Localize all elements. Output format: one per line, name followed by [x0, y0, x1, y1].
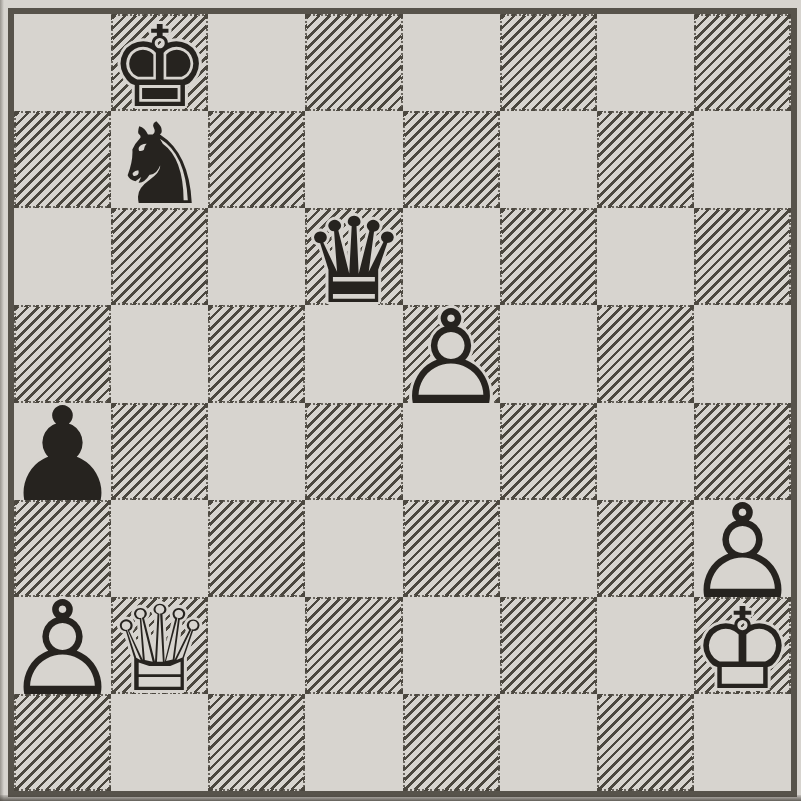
- piece-black-queen[interactable]: ♛♛: [307, 210, 400, 303]
- square-g6[interactable]: [597, 208, 694, 305]
- square-f6[interactable]: [500, 208, 597, 305]
- square-h2[interactable]: ♚♔: [694, 597, 791, 694]
- square-c2[interactable]: [208, 597, 305, 694]
- square-a2[interactable]: ♟♙: [14, 597, 111, 694]
- square-e5[interactable]: ♟♙: [403, 305, 500, 402]
- square-a8[interactable]: [14, 14, 111, 111]
- square-h8[interactable]: [694, 14, 791, 111]
- square-c5[interactable]: [208, 305, 305, 402]
- square-f8[interactable]: [500, 14, 597, 111]
- square-f5[interactable]: [500, 305, 597, 402]
- square-d3[interactable]: [305, 500, 402, 597]
- square-g3[interactable]: [597, 500, 694, 597]
- square-b5[interactable]: [111, 305, 208, 402]
- piece-white-pawn[interactable]: ♟♙: [405, 307, 498, 400]
- square-d8[interactable]: [305, 14, 402, 111]
- square-h3[interactable]: ♟♙: [694, 500, 791, 597]
- square-e4[interactable]: [403, 403, 500, 500]
- piece-black-king[interactable]: ♚♚: [113, 16, 206, 109]
- square-g2[interactable]: [597, 597, 694, 694]
- square-h1[interactable]: [694, 694, 791, 791]
- square-f4[interactable]: [500, 403, 597, 500]
- square-c8[interactable]: [208, 14, 305, 111]
- square-g5[interactable]: [597, 305, 694, 402]
- piece-black-pawn[interactable]: ♟♟: [14, 403, 111, 500]
- square-d4[interactable]: [305, 403, 402, 500]
- square-c7[interactable]: [208, 111, 305, 208]
- square-a6[interactable]: [14, 208, 111, 305]
- square-e8[interactable]: [403, 14, 500, 111]
- square-b2[interactable]: ♛♕: [111, 597, 208, 694]
- square-f2[interactable]: [500, 597, 597, 694]
- square-d5[interactable]: [305, 305, 402, 402]
- square-h6[interactable]: [694, 208, 791, 305]
- square-e7[interactable]: [403, 111, 500, 208]
- square-b7[interactable]: ♞♞: [111, 111, 208, 208]
- square-b6[interactable]: [111, 208, 208, 305]
- square-d6[interactable]: ♛♛: [305, 208, 402, 305]
- square-a4[interactable]: ♟♟: [14, 403, 111, 500]
- white-pawn-icon: ♙: [405, 311, 498, 404]
- square-f3[interactable]: [500, 500, 597, 597]
- square-b8[interactable]: ♚♚: [111, 14, 208, 111]
- square-f7[interactable]: [500, 111, 597, 208]
- square-b4[interactable]: [111, 403, 208, 500]
- square-e2[interactable]: [403, 597, 500, 694]
- square-g7[interactable]: [597, 111, 694, 208]
- square-c4[interactable]: [208, 403, 305, 500]
- square-d1[interactable]: [305, 694, 402, 791]
- square-c3[interactable]: [208, 500, 305, 597]
- piece-black-knight[interactable]: ♞♞: [111, 111, 208, 208]
- square-c1[interactable]: [208, 694, 305, 791]
- square-g4[interactable]: [597, 403, 694, 500]
- square-g1[interactable]: [597, 694, 694, 791]
- white-king-icon: ♔: [696, 603, 789, 696]
- piece-white-king[interactable]: ♚♔: [696, 599, 789, 692]
- black-pawn-icon: ♟: [14, 407, 111, 504]
- square-c6[interactable]: [208, 208, 305, 305]
- square-h5[interactable]: [694, 305, 791, 402]
- square-a7[interactable]: [14, 111, 111, 208]
- piece-white-pawn[interactable]: ♟♙: [14, 597, 111, 694]
- square-h7[interactable]: [694, 111, 791, 208]
- white-pawn-icon: ♙: [14, 601, 111, 698]
- square-d2[interactable]: [305, 597, 402, 694]
- white-queen-icon: ♕: [113, 603, 206, 696]
- square-a1[interactable]: [14, 694, 111, 791]
- square-b1[interactable]: [111, 694, 208, 791]
- square-e1[interactable]: [403, 694, 500, 791]
- square-e3[interactable]: [403, 500, 500, 597]
- piece-white-pawn[interactable]: ♟♙: [694, 500, 791, 597]
- piece-white-queen[interactable]: ♛♕: [113, 599, 206, 692]
- black-queen-icon: ♛: [307, 214, 400, 307]
- square-f1[interactable]: [500, 694, 597, 791]
- black-knight-icon: ♞: [111, 115, 208, 212]
- square-g8[interactable]: [597, 14, 694, 111]
- chess-board: ♚♚♞♞♛♛♟♙♟♟♟♙♟♙♛♕♚♔: [8, 8, 797, 797]
